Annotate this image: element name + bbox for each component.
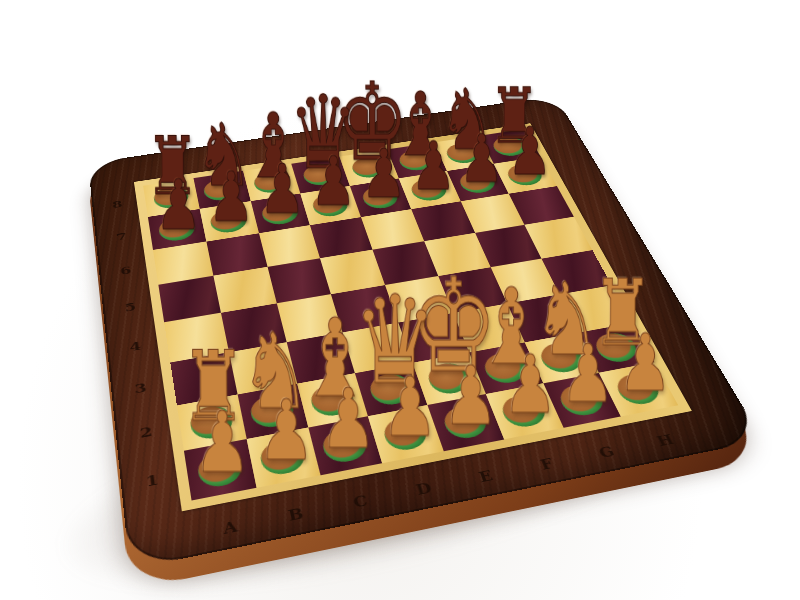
piece-white-pawn-f1[interactable]: ♟ bbox=[502, 344, 557, 425]
piece-white-pawn-d1[interactable]: ♟ bbox=[382, 366, 438, 448]
piece-white-pawn-c1[interactable]: ♟ bbox=[320, 377, 377, 460]
piece-black-pawn-a7[interactable]: ♟ bbox=[155, 170, 202, 239]
piece-white-pawn-e1[interactable]: ♟ bbox=[443, 355, 499, 436]
file-label-h: H bbox=[632, 427, 698, 454]
rank-label-4: 4 bbox=[118, 337, 153, 356]
file-label-f: F bbox=[513, 451, 580, 479]
file-label-b: B bbox=[261, 500, 330, 530]
piece-black-pawn-e7[interactable]: ♟ bbox=[361, 139, 407, 206]
file-label-d: D bbox=[390, 475, 458, 504]
rank-label-8: 8 bbox=[102, 197, 133, 212]
file-label-e: E bbox=[452, 463, 520, 491]
square-b1[interactable]: ♟ bbox=[247, 428, 321, 488]
file-label-g: G bbox=[573, 439, 640, 466]
piece-black-pawn-c7[interactable]: ♟ bbox=[259, 154, 305, 222]
rank-label-6: 6 bbox=[110, 262, 143, 279]
square-e1[interactable]: ♟ bbox=[428, 394, 504, 451]
rank-label-2: 2 bbox=[128, 421, 166, 443]
square-b5[interactable] bbox=[213, 267, 276, 313]
board-grid: ♜♞♝♛♚♝♞♜♟♟♟♟♟♟♟♟♜♞♝♛♚♝♞♜♟♟♟♟♟♟♟♟ bbox=[143, 129, 678, 501]
piece-black-pawn-d7[interactable]: ♟ bbox=[310, 147, 356, 215]
rank-label-3: 3 bbox=[123, 377, 159, 398]
rank-label-5: 5 bbox=[114, 298, 148, 316]
piece-black-pawn-g7[interactable]: ♟ bbox=[459, 125, 504, 191]
file-label-c: C bbox=[326, 487, 394, 516]
file-label-a: A bbox=[195, 513, 264, 543]
piece-white-pawn-a1[interactable]: ♟ bbox=[193, 400, 251, 484]
piece-black-pawn-h7[interactable]: ♟ bbox=[507, 118, 552, 184]
piece-white-pawn-h1[interactable]: ♟ bbox=[618, 323, 672, 402]
chess-photo-scene: ♜♞♝♛♚♝♞♜♟♟♟♟♟♟♟♟♜♞♝♛♚♝♞♜♟♟♟♟♟♟♟♟ 1234567… bbox=[0, 0, 800, 600]
piece-white-pawn-b1[interactable]: ♟ bbox=[257, 388, 314, 471]
piece-black-pawn-b7[interactable]: ♟ bbox=[207, 162, 254, 231]
rank-label-7: 7 bbox=[106, 229, 138, 245]
rank-label-1: 1 bbox=[133, 469, 172, 493]
piece-black-pawn-f7[interactable]: ♟ bbox=[410, 132, 455, 199]
piece-white-pawn-g1[interactable]: ♟ bbox=[561, 333, 616, 413]
